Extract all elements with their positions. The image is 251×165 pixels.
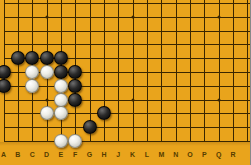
star-point bbox=[45, 98, 48, 101]
grid-line-vertical bbox=[176, 0, 177, 142]
white-stone bbox=[25, 65, 39, 79]
grid-line-vertical bbox=[161, 0, 162, 142]
black-stone bbox=[0, 79, 11, 93]
coord-label: O bbox=[187, 151, 192, 159]
black-stone bbox=[54, 65, 68, 79]
coord-label: A bbox=[1, 151, 6, 159]
black-stone bbox=[68, 79, 82, 93]
board-edge-shadow bbox=[0, 142, 250, 146]
white-stone bbox=[54, 134, 68, 148]
coord-label: F bbox=[73, 151, 77, 159]
grid-line-horizontal bbox=[4, 44, 251, 45]
grid-line-horizontal bbox=[4, 17, 251, 18]
star-point bbox=[131, 15, 134, 18]
black-stone bbox=[68, 65, 82, 79]
coord-label: C bbox=[30, 151, 35, 159]
grid-line-vertical bbox=[118, 0, 119, 142]
black-stone bbox=[11, 51, 25, 65]
black-stone bbox=[83, 120, 97, 134]
grid-line-horizontal bbox=[4, 3, 251, 4]
coord-label: B bbox=[15, 151, 20, 159]
black-stone bbox=[54, 51, 68, 65]
grid-line-vertical bbox=[104, 0, 105, 142]
star-point bbox=[217, 98, 220, 101]
grid-line-vertical bbox=[147, 0, 148, 142]
grid-line-horizontal bbox=[4, 31, 251, 32]
white-stone bbox=[54, 79, 68, 93]
black-stone bbox=[25, 51, 39, 65]
white-stone bbox=[40, 106, 54, 120]
coord-label: P bbox=[202, 151, 207, 159]
coord-label: M bbox=[158, 151, 164, 159]
coord-label: N bbox=[173, 151, 178, 159]
coord-label: G bbox=[87, 151, 92, 159]
coord-label: H bbox=[101, 151, 106, 159]
coord-label: E bbox=[59, 151, 64, 159]
coord-label: R bbox=[231, 151, 236, 159]
coord-label: L bbox=[145, 151, 149, 159]
coord-label: J bbox=[116, 151, 120, 159]
coord-label: K bbox=[130, 151, 135, 159]
star-point bbox=[45, 15, 48, 18]
star-point bbox=[217, 15, 220, 18]
coord-label: Q bbox=[216, 151, 221, 159]
grid-line-horizontal bbox=[4, 86, 251, 87]
grid-line-vertical bbox=[190, 0, 191, 142]
white-stone bbox=[54, 106, 68, 120]
goban-board[interactable]: ABCDEFGHJKLMNOPQR bbox=[0, 0, 250, 165]
grid-line-horizontal bbox=[4, 127, 251, 128]
black-stone bbox=[97, 106, 111, 120]
grid-line-vertical bbox=[204, 0, 205, 142]
coord-label: D bbox=[44, 151, 49, 159]
black-stone bbox=[68, 93, 82, 107]
white-stone bbox=[25, 79, 39, 93]
grid-line-horizontal bbox=[4, 100, 251, 101]
black-stone bbox=[40, 51, 54, 65]
white-stone bbox=[40, 65, 54, 79]
grid-line-vertical bbox=[219, 0, 220, 142]
white-stone bbox=[54, 93, 68, 107]
grid-line-vertical bbox=[133, 0, 134, 142]
black-stone bbox=[0, 65, 11, 79]
grid-line-vertical bbox=[233, 0, 234, 142]
grid-line-vertical bbox=[247, 0, 248, 142]
star-point bbox=[131, 98, 134, 101]
white-stone bbox=[68, 134, 82, 148]
grid-line-vertical bbox=[18, 0, 19, 142]
